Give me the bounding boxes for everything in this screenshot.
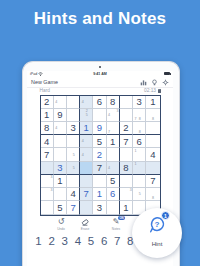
sudoku-cell-r6c6[interactable]: 4: [107, 162, 120, 175]
sudoku-cell-r1c4[interactable]: 4: [80, 96, 93, 109]
sudoku-cell-r3c4[interactable]: 1: [80, 122, 93, 135]
sudoku-cell-r5c2[interactable]: [54, 148, 67, 161]
sudoku-cell-r7c2[interactable]: 1: [54, 175, 67, 188]
pause-button[interactable]: [158, 89, 161, 93]
sudoku-cell-r1c2[interactable]: 4: [54, 96, 67, 109]
sudoku-cell-r8c1[interactable]: 3: [41, 188, 54, 201]
sudoku-cell-r1c7[interactable]: [120, 96, 133, 109]
sudoku-cell-r2c1[interactable]: 1: [41, 109, 54, 122]
numpad-1[interactable]: 1: [32, 233, 45, 248]
sudoku-cell-r8c8[interactable]: 5: [133, 188, 146, 201]
sudoku-cell-r3c8[interactable]: 8: [133, 122, 146, 135]
sudoku-cell-r1c8[interactable]: 3: [133, 96, 146, 109]
sudoku-cell-r4c5[interactable]: 5: [93, 135, 106, 148]
sudoku-cell-r2c5[interactable]: [93, 109, 106, 122]
sudoku-cell-r3c3[interactable]: 3: [67, 122, 80, 135]
sudoku-cell-r4c1[interactable]: 4: [41, 135, 54, 148]
sudoku-cell-r2c3[interactable]: [67, 109, 80, 122]
svg-text:?: ?: [155, 220, 160, 229]
numpad-6[interactable]: 6: [98, 233, 111, 248]
sudoku-cell-r5c8[interactable]: 1: [133, 148, 146, 161]
sudoku-cell-r7c1[interactable]: 3: [41, 175, 54, 188]
sudoku-cell-r1c3[interactable]: [67, 96, 80, 109]
notes-button[interactable]: ✎ ON Notes: [106, 217, 126, 231]
lightbulb-icon[interactable]: [151, 79, 158, 86]
sudoku-cell-r9c3[interactable]: 7: [67, 201, 80, 214]
hint-label: Hint: [132, 241, 182, 247]
sudoku-cell-r6c2[interactable]: 3: [54, 162, 67, 175]
sudoku-cell-r8c9[interactable]: 8: [146, 188, 159, 201]
sudoku-cell-r9c1[interactable]: [41, 201, 54, 214]
sudoku-cell-r7c7[interactable]: [120, 175, 133, 188]
sudoku-cell-r3c2[interactable]: 4: [54, 122, 67, 135]
sudoku-cell-r2c8[interactable]: 78: [133, 109, 146, 122]
sudoku-cell-r4c9[interactable]: [146, 135, 159, 148]
sudoku-cell-r2c7[interactable]: [120, 109, 133, 122]
sudoku-cell-r4c3[interactable]: [67, 135, 80, 148]
sudoku-cell-r7c9[interactable]: 7: [146, 175, 159, 188]
new-game-button[interactable]: New Game: [31, 79, 58, 85]
sudoku-cell-r9c4[interactable]: [80, 201, 93, 214]
sudoku-cell-r2c6[interactable]: 34: [107, 109, 120, 122]
sudoku-cell-r5c7[interactable]: [120, 148, 133, 161]
sudoku-cell-r5c6[interactable]: [107, 148, 120, 161]
settings-icon[interactable]: [162, 79, 169, 86]
sudoku-cell-r4c2[interactable]: [54, 135, 67, 148]
numpad-5[interactable]: 5: [84, 233, 97, 248]
sudoku-cell-r4c8[interactable]: 6: [133, 135, 146, 148]
sudoku-cell-r5c1[interactable]: 7: [41, 148, 54, 161]
sudoku-cell-r6c5[interactable]: 7: [93, 162, 106, 175]
sudoku-cell-r6c3[interactable]: 5: [67, 162, 80, 175]
sudoku-cell-r1c5[interactable]: 6: [93, 96, 106, 109]
sudoku-cell-r5c3[interactable]: 5: [67, 148, 80, 161]
ipad-camera: [99, 66, 102, 69]
sudoku-cell-r2c9[interactable]: 8: [146, 109, 159, 122]
sudoku-cell-r8c2[interactable]: [54, 188, 67, 201]
sudoku-cell-r4c7[interactable]: 7: [120, 135, 133, 148]
sudoku-cell-r2c4[interactable]: 25: [80, 109, 93, 122]
undo-icon: ↺: [51, 217, 71, 226]
sudoku-cell-r5c5[interactable]: 2: [93, 148, 106, 161]
sudoku-cell-r8c7[interactable]: 3: [120, 188, 133, 201]
sudoku-cell-r3c7[interactable]: 2: [120, 122, 133, 135]
nav-bar: New Game: [27, 77, 173, 88]
notes-toggle-badge: ON: [118, 216, 125, 220]
sudoku-cell-r3c5[interactable]: 9: [93, 122, 106, 135]
numpad-7[interactable]: 7: [111, 233, 124, 248]
sudoku-cell-r5c4[interactable]: 4: [80, 148, 93, 161]
sudoku-cell-r8c6[interactable]: 6: [107, 188, 120, 201]
sudoku-cell-r4c4[interactable]: 4: [80, 135, 93, 148]
sudoku-cell-r9c6[interactable]: [107, 201, 120, 214]
sudoku-grid: 2446831192534788843197284451767542143574…: [40, 95, 161, 216]
sudoku-cell-r1c6[interactable]: 8: [107, 96, 120, 109]
sudoku-cell-r2c2[interactable]: 9: [54, 109, 67, 122]
hint-count-badge: 1: [161, 211, 170, 220]
sudoku-cell-r6c1[interactable]: [41, 162, 54, 175]
clock: 9:41 AM: [27, 72, 173, 76]
sudoku-cell-r9c7[interactable]: 1: [120, 201, 133, 214]
sudoku-cell-r5c9[interactable]: 4: [146, 148, 159, 161]
sudoku-cell-r7c6[interactable]: 5: [107, 175, 120, 188]
battery-icon: [164, 72, 170, 75]
sudoku-cell-r3c9[interactable]: [146, 122, 159, 135]
sudoku-cell-r9c5[interactable]: 3: [93, 201, 106, 214]
sudoku-cell-r7c4[interactable]: [80, 175, 93, 188]
sudoku-cell-r6c8[interactable]: 1: [133, 162, 146, 175]
sudoku-cell-r6c9[interactable]: [146, 162, 159, 175]
undo-button[interactable]: ↺ Undo: [51, 217, 71, 231]
difficulty-label: Hard: [40, 88, 50, 93]
sudoku-cell-r4c6[interactable]: 1: [107, 135, 120, 148]
sudoku-cell-r3c6[interactable]: 7: [107, 122, 120, 135]
sudoku-cell-r1c1[interactable]: 2: [41, 96, 54, 109]
numpad-2[interactable]: 2: [45, 233, 58, 248]
eraser-icon: [75, 217, 95, 226]
sudoku-cell-r3c1[interactable]: 8: [41, 122, 54, 135]
numpad-4[interactable]: 4: [71, 233, 84, 248]
timer: 02:13: [144, 88, 156, 93]
sudoku-cell-r9c2[interactable]: 5: [54, 201, 67, 214]
sudoku-cell-r7c8[interactable]: [133, 175, 146, 188]
sudoku-cell-r8c3[interactable]: 4: [67, 188, 80, 201]
sudoku-cell-r8c5[interactable]: 1: [93, 188, 106, 201]
sudoku-cell-r7c3[interactable]: [67, 175, 80, 188]
sudoku-cell-r6c4[interactable]: [80, 162, 93, 175]
sudoku-cell-r8c4[interactable]: 7: [80, 188, 93, 201]
leaderboard-icon[interactable]: [140, 79, 147, 86]
sudoku-cell-r6c7[interactable]: 8: [120, 162, 133, 175]
sudoku-cell-r7c5[interactable]: [93, 175, 106, 188]
hint-button[interactable]: ? 1 Hint: [132, 208, 182, 258]
page-title: Hints and Notes: [0, 9, 200, 29]
erase-button[interactable]: Erase: [75, 217, 95, 231]
numpad-3[interactable]: 3: [58, 233, 71, 248]
sudoku-cell-r1c9[interactable]: 1: [146, 96, 159, 109]
